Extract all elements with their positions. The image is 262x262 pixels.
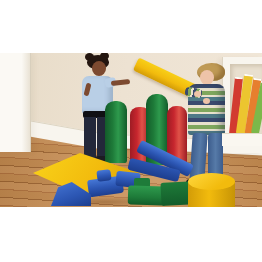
- book-shelf-sill: [222, 133, 262, 146]
- block-stub-blue: [96, 169, 111, 182]
- boy-hand-upper: [194, 91, 201, 97]
- block-column-green-1: [105, 101, 127, 163]
- photo-scene: [0, 53, 262, 207]
- product-photo: [0, 0, 262, 262]
- block-drum-yellow-top: [188, 173, 235, 190]
- girl-leg-left: [84, 117, 96, 161]
- boy-face: [200, 70, 214, 85]
- boy-hand-lower: [203, 98, 210, 104]
- girl-face: [92, 61, 106, 76]
- door-frame: [0, 53, 31, 152]
- girl-arm-right: [111, 79, 130, 86]
